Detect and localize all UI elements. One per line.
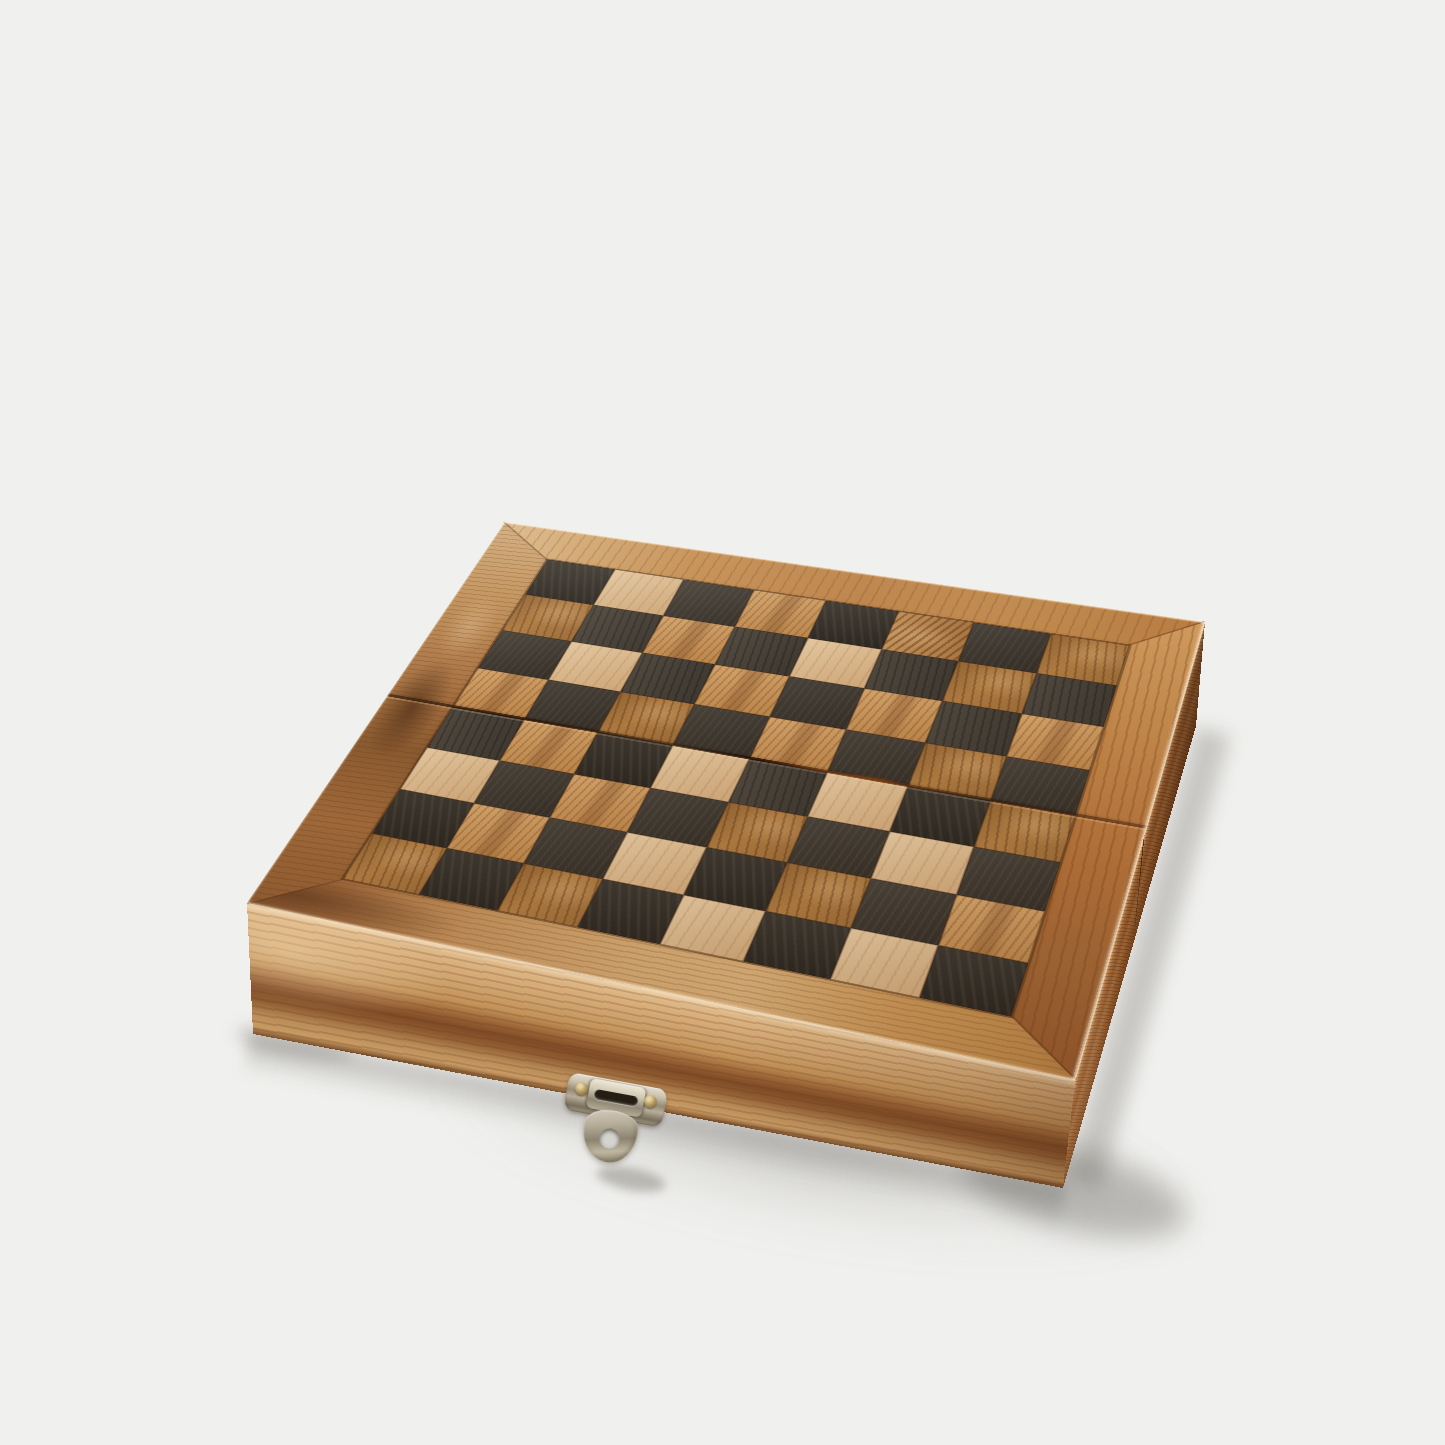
screw-icon (574, 1081, 589, 1096)
product-photo (0, 0, 1445, 1445)
cast-shadow-clasp (595, 1162, 668, 1197)
screw-icon (643, 1094, 658, 1109)
latch-tongue-hole (598, 1127, 620, 1149)
